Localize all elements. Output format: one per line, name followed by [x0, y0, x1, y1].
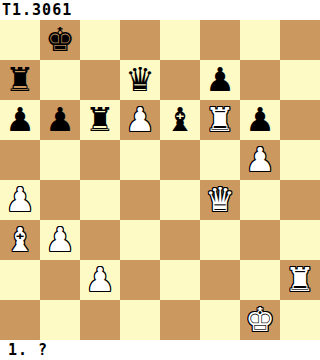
piece-black-pawn[interactable]: ♟: [245, 100, 275, 140]
square-c2[interactable]: ♟: [80, 260, 120, 300]
square-a5[interactable]: [0, 140, 40, 180]
square-f7[interactable]: ♟: [200, 60, 240, 100]
square-g2[interactable]: [240, 260, 280, 300]
square-g5[interactable]: ♟: [240, 140, 280, 180]
square-a7[interactable]: ♜: [0, 60, 40, 100]
square-d2[interactable]: [120, 260, 160, 300]
square-e4[interactable]: [160, 180, 200, 220]
square-a6[interactable]: ♟: [0, 100, 40, 140]
square-g1[interactable]: ♚: [240, 300, 280, 340]
square-d7[interactable]: ♛: [120, 60, 160, 100]
square-c1[interactable]: [80, 300, 120, 340]
square-a2[interactable]: [0, 260, 40, 300]
square-f1[interactable]: [200, 300, 240, 340]
piece-white-pawn[interactable]: ♟: [245, 140, 275, 180]
square-b4[interactable]: [40, 180, 80, 220]
square-c5[interactable]: [80, 140, 120, 180]
piece-black-pawn[interactable]: ♟: [5, 100, 35, 140]
piece-white-pawn[interactable]: ♟: [125, 100, 155, 140]
square-d6[interactable]: ♟: [120, 100, 160, 140]
piece-white-rook[interactable]: ♜: [205, 100, 235, 140]
piece-white-pawn[interactable]: ♟: [45, 220, 75, 260]
square-a8[interactable]: [0, 20, 40, 60]
square-c3[interactable]: [80, 220, 120, 260]
square-g7[interactable]: [240, 60, 280, 100]
square-c7[interactable]: [80, 60, 120, 100]
square-e6[interactable]: ♝: [160, 100, 200, 140]
square-e3[interactable]: [160, 220, 200, 260]
square-g8[interactable]: [240, 20, 280, 60]
square-f8[interactable]: [200, 20, 240, 60]
piece-black-rook[interactable]: ♜: [5, 60, 35, 100]
piece-black-bishop[interactable]: ♝: [165, 100, 195, 140]
square-g6[interactable]: ♟: [240, 100, 280, 140]
square-c4[interactable]: [80, 180, 120, 220]
square-h3[interactable]: [280, 220, 320, 260]
square-f6[interactable]: ♜: [200, 100, 240, 140]
piece-white-bishop[interactable]: ♝: [5, 220, 35, 260]
square-b2[interactable]: [40, 260, 80, 300]
square-c8[interactable]: [80, 20, 120, 60]
square-h7[interactable]: [280, 60, 320, 100]
piece-black-pawn[interactable]: ♟: [45, 100, 75, 140]
square-h6[interactable]: [280, 100, 320, 140]
square-a1[interactable]: [0, 300, 40, 340]
square-e8[interactable]: [160, 20, 200, 60]
square-b1[interactable]: [40, 300, 80, 340]
square-b5[interactable]: [40, 140, 80, 180]
piece-white-rook[interactable]: ♜: [285, 260, 315, 300]
piece-black-rook[interactable]: ♜: [85, 100, 115, 140]
square-h4[interactable]: [280, 180, 320, 220]
square-e1[interactable]: [160, 300, 200, 340]
square-g3[interactable]: [240, 220, 280, 260]
square-f4[interactable]: ♛: [200, 180, 240, 220]
square-h8[interactable]: [280, 20, 320, 60]
square-h1[interactable]: [280, 300, 320, 340]
square-h5[interactable]: [280, 140, 320, 180]
square-e5[interactable]: [160, 140, 200, 180]
square-b3[interactable]: ♟: [40, 220, 80, 260]
square-f5[interactable]: [200, 140, 240, 180]
square-a3[interactable]: ♝: [0, 220, 40, 260]
square-f2[interactable]: [200, 260, 240, 300]
square-b7[interactable]: [40, 60, 80, 100]
square-a4[interactable]: ♟: [0, 180, 40, 220]
chess-board[interactable]: ♚♜♛♟♟♟♜♟♝♜♟♟♟♛♝♟♟♜♚: [0, 20, 320, 340]
piece-white-king[interactable]: ♚: [245, 300, 275, 340]
square-e2[interactable]: [160, 260, 200, 300]
square-g4[interactable]: [240, 180, 280, 220]
square-h2[interactable]: ♜: [280, 260, 320, 300]
square-d4[interactable]: [120, 180, 160, 220]
piece-black-queen[interactable]: ♛: [125, 60, 155, 100]
status-bar: 1. ?: [0, 340, 320, 360]
square-c6[interactable]: ♜: [80, 100, 120, 140]
piece-white-pawn[interactable]: ♟: [5, 180, 35, 220]
piece-black-king[interactable]: ♚: [45, 20, 75, 60]
title-bar: T1.3061: [0, 0, 320, 20]
square-d5[interactable]: [120, 140, 160, 180]
move-prompt: 1. ?: [8, 341, 48, 359]
square-d3[interactable]: [120, 220, 160, 260]
square-b6[interactable]: ♟: [40, 100, 80, 140]
piece-white-pawn[interactable]: ♟: [85, 260, 115, 300]
square-b8[interactable]: ♚: [40, 20, 80, 60]
square-f3[interactable]: [200, 220, 240, 260]
square-d1[interactable]: [120, 300, 160, 340]
piece-black-pawn[interactable]: ♟: [205, 60, 235, 100]
square-e7[interactable]: [160, 60, 200, 100]
piece-white-queen[interactable]: ♛: [205, 180, 235, 220]
puzzle-id: T1.3061: [2, 1, 72, 19]
square-d8[interactable]: [120, 20, 160, 60]
